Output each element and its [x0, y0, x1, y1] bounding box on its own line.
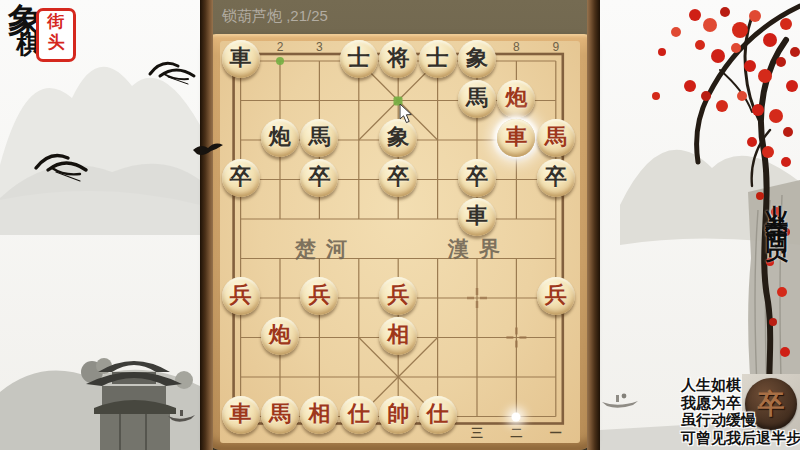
piece-black-卒[interactable]: 卒: [300, 159, 338, 197]
piece-black-士[interactable]: 士: [419, 40, 457, 78]
piece-red-馬[interactable]: 馬: [261, 396, 299, 434]
piece-black-馬[interactable]: 馬: [458, 80, 496, 118]
piece-red-炮[interactable]: 炮: [497, 80, 535, 118]
wood-edge-right: [587, 0, 600, 450]
piece-red-仕[interactable]: 仕: [340, 396, 378, 434]
ink-mountains-left: [0, 0, 200, 450]
seal-char-tou: 头: [39, 32, 73, 53]
xiangqi-board[interactable]: 楚河 漢界 2389三二一 車士将士象馬炮炮馬象車馬卒卒卒卒卒車兵兵兵兵炮相車馬…: [207, 34, 593, 450]
piece-black-士[interactable]: 士: [340, 40, 378, 78]
piece-red-兵[interactable]: 兵: [222, 277, 260, 315]
last-move-marker: [276, 57, 284, 65]
game-video-area: 锁葫芦炮 ,21/25 楚河 漢界 2389三二一 車士将士象馬炮炮馬象車馬卒卒…: [200, 0, 600, 450]
column-label-top: 9: [552, 40, 559, 54]
piece-red-馬[interactable]: 馬: [537, 119, 575, 157]
left-ink-painting: 象 棋 街 头: [0, 0, 200, 450]
channel-logo: 象 棋 街 头: [4, 0, 88, 66]
piece-black-象[interactable]: 象: [458, 40, 496, 78]
column-label-top: 3: [316, 40, 323, 54]
bird-icon: [193, 141, 223, 160]
column-label-bottom: 二: [510, 425, 522, 442]
piece-red-仕[interactable]: 仕: [419, 396, 457, 434]
piece-black-車[interactable]: 車: [222, 40, 260, 78]
piece-red-兵[interactable]: 兵: [379, 277, 417, 315]
logo-red-seal: 街 头: [36, 8, 76, 62]
river-label-left: 楚河: [295, 235, 357, 263]
quote-line: 可曾见我后退半步: [681, 429, 800, 447]
stage: 象 棋 街 头: [0, 0, 800, 450]
river-label-right: 漢界: [448, 235, 510, 263]
piece-red-兵[interactable]: 兵: [537, 277, 575, 315]
quote-line: 人生如棋: [681, 376, 800, 394]
puzzle-title: 锁葫芦炮 ,21/25: [222, 7, 328, 26]
quote-line: 虽行动缓慢: [681, 411, 800, 429]
piece-red-炮[interactable]: 炮: [261, 317, 299, 355]
piece-black-炮[interactable]: 炮: [261, 119, 299, 157]
vertical-banner-text: 业叁守門员: [762, 186, 793, 231]
piece-black-将[interactable]: 将: [379, 40, 417, 78]
piece-red-相[interactable]: 相: [300, 396, 338, 434]
quote-line: 我愿为卒: [681, 394, 800, 412]
column-label-bottom: 三: [471, 425, 483, 442]
piece-black-卒[interactable]: 卒: [222, 159, 260, 197]
piece-black-卒[interactable]: 卒: [537, 159, 575, 197]
column-label-top: 2: [277, 40, 284, 54]
boat-icon: [602, 394, 638, 408]
quote-block: 人生如棋我愿为卒虽行动缓慢可曾见我后退半步: [681, 376, 800, 446]
piece-red-相[interactable]: 相: [379, 317, 417, 355]
piece-red-車[interactable]: 車: [222, 396, 260, 434]
wood-edge-left: [200, 0, 213, 450]
piece-black-車[interactable]: 車: [458, 198, 496, 236]
seal-char-jie: 街: [39, 11, 73, 32]
piece-red-帥[interactable]: 帥: [379, 396, 417, 434]
column-label-top: 8: [513, 40, 520, 54]
column-label-bottom: 一: [550, 425, 562, 442]
move-origin-dot: [512, 412, 521, 421]
mouse-cursor-icon: [399, 104, 414, 125]
piece-black-卒[interactable]: 卒: [379, 159, 417, 197]
piece-black-卒[interactable]: 卒: [458, 159, 496, 197]
